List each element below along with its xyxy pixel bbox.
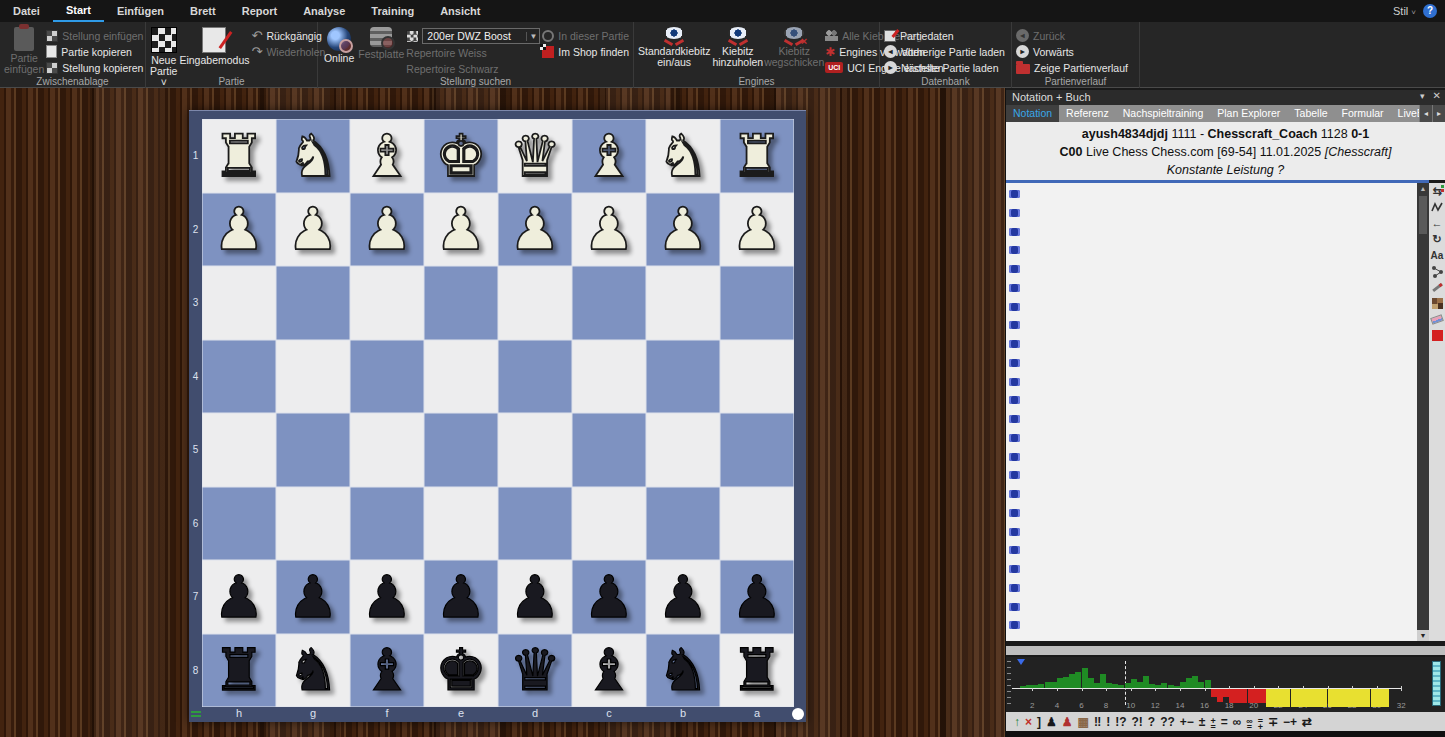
square-d2[interactable]: ♟ <box>498 193 572 267</box>
takeback-arrows-icon[interactable]: ⇆ <box>1429 183 1445 199</box>
white-pawn: ♟ <box>731 200 783 258</box>
close-icon[interactable]: ✕ <box>1433 90 1441 101</box>
menubar: DateiStartEinfügenBrettReportAnalyseTrai… <box>0 0 1445 22</box>
cnext-icon: ▸ <box>1016 45 1029 58</box>
item-label: Repertoire Weiss <box>406 47 486 59</box>
square-h3[interactable] <box>202 266 276 340</box>
axis-label-4: 4 <box>1050 701 1064 710</box>
white-pawn: ♟ <box>657 200 709 258</box>
book-row-icon[interactable] <box>1009 378 1020 386</box>
file-label-d: d <box>498 706 572 722</box>
button-label: Kiebitz wegschicken <box>764 46 824 68</box>
square-a6[interactable] <box>720 487 794 561</box>
item-label: Wiederholen <box>266 46 325 58</box>
eval-bar <box>1346 689 1352 707</box>
menu-items: DateiStartEinfügenBrettReportAnalyseTrai… <box>0 0 493 22</box>
square-a4[interactable] <box>720 340 794 414</box>
anno-mosaic[interactable]: ▦ <box>1078 715 1089 729</box>
square-e7[interactable]: ♟ <box>424 560 498 634</box>
eval-bar <box>1149 684 1155 688</box>
text-format-icon[interactable]: Aa <box>1429 247 1445 263</box>
ribbon-item-zurück[interactable]: ◂Zurück <box>1016 28 1128 43</box>
square-b8[interactable]: ♞ <box>646 634 720 708</box>
ribbon-item-repertoire-schwarz[interactable]: Repertoire Schwarz <box>406 61 540 76</box>
mosaic-icon[interactable] <box>1429 295 1445 311</box>
file-label-g: g <box>276 706 350 722</box>
scroll-down-icon[interactable]: ▼ <box>1417 630 1429 641</box>
book-row-icon[interactable] <box>1009 303 1020 311</box>
eval-bar <box>1155 685 1161 688</box>
ribbon-button-kiebitz-hinzuholen[interactable]: Kiebitz hinzuholen <box>712 25 763 74</box>
square-g7[interactable]: ♟ <box>276 560 350 634</box>
square-c8[interactable]: ♝ <box>572 634 646 708</box>
eval-bar <box>1057 678 1063 688</box>
eval-bar <box>1364 689 1370 707</box>
square-d7[interactable]: ♟ <box>498 560 572 634</box>
ribbon-button-kiebitz-wegschicken[interactable]: Kiebitz wegschicken <box>765 25 823 74</box>
tab-scroll-left[interactable]: ◂ <box>1419 105 1432 122</box>
square-e5[interactable] <box>424 413 498 487</box>
square-g3[interactable] <box>276 266 350 340</box>
black-bishop: ♝ <box>583 641 635 699</box>
zigzag-icon[interactable] <box>1429 199 1445 215</box>
axis-label-12: 12 <box>1148 701 1162 710</box>
square-d5[interactable] <box>498 413 572 487</box>
eval-bar <box>1340 689 1346 707</box>
square-c1[interactable]: ♝ <box>572 119 646 193</box>
item-label: Im Shop finden <box>558 46 629 58</box>
square-h4[interactable] <box>202 340 276 414</box>
tab-scroll-right[interactable]: ▸ <box>1432 105 1445 122</box>
eval-bar <box>1334 689 1340 707</box>
ribbon-item-vorwärts[interactable]: ▸Vorwärts <box>1016 44 1128 59</box>
square-a3[interactable] <box>720 266 794 340</box>
ribbon-group-title: Zwischenablage <box>0 76 145 87</box>
white-queen: ♛ <box>509 127 561 185</box>
square-f8[interactable]: ♝ <box>350 634 424 708</box>
square-g6[interactable] <box>276 487 350 561</box>
square-e4[interactable] <box>424 340 498 414</box>
eval-bar <box>1137 682 1143 688</box>
item-label: Nächste Partie laden <box>901 62 998 74</box>
book-row-icon[interactable] <box>1009 621 1020 629</box>
book-row-icon[interactable] <box>1009 284 1020 292</box>
square-f4[interactable] <box>350 340 424 414</box>
eval-bar <box>1358 689 1364 707</box>
axis-label-10: 10 <box>1124 701 1138 710</box>
white-bishop: ♝ <box>361 127 413 185</box>
clipboard-icon <box>14 27 34 51</box>
bsearch-icon <box>406 30 419 43</box>
eval-bar <box>1118 685 1124 688</box>
anno-blunder[interactable]: ?? <box>1160 715 1175 729</box>
players-line: ayush4834djdj 1111 - Chesscraft_Coach 11… <box>1006 125 1445 143</box>
menu-start[interactable]: Start <box>53 0 104 22</box>
ribbon-group-engines: Standardkiebitz ein/ausKiebitz hinzuhole… <box>634 22 880 88</box>
eval-bar <box>1284 689 1290 707</box>
tab-referenz[interactable]: Referenz <box>1059 105 1116 122</box>
rank-label-7: 7 <box>189 560 202 634</box>
anno-mistake[interactable]: ? <box>1148 715 1155 729</box>
booster-dropdown[interactable]: 200er DWZ Boost▼ <box>422 28 540 44</box>
square-c2[interactable]: ♟ <box>572 193 646 267</box>
square-c4[interactable] <box>572 340 646 414</box>
square-b1[interactable]: ♞ <box>646 119 720 193</box>
eval-bar <box>1026 685 1032 688</box>
item-label: Stellung einfügen <box>62 30 143 42</box>
grid-icon <box>46 62 58 74</box>
ribbon-group-partie: Neue Partie ˅Eingabemodus↶Rückgängig↷Wie… <box>146 22 318 88</box>
ribbon-item-vorherige-partie-laden[interactable]: ◂Vorherige Partie laden <box>884 44 1005 59</box>
event-line: C00 Live Chess Chess.com [69-54] 11.01.2… <box>1006 143 1445 161</box>
chess-board: 12345678 ♜♞♝♚♛♝♞♜♟♟♟♟♟♟♟♟♟♟♟♟♟♟♟♟♜♞♝♚♛♝♞… <box>189 110 806 722</box>
ribbon-group-datenbank: Partiedaten◂Vorherige Partie laden▸Nächs… <box>880 22 1012 88</box>
square-b5[interactable] <box>646 413 720 487</box>
square-d1[interactable]: ♛ <box>498 119 572 193</box>
book-row-icon[interactable] <box>1009 584 1020 592</box>
eval-bar <box>1254 689 1260 703</box>
ribbon-button-eingabemodus[interactable]: Eingabemodus <box>179 25 249 74</box>
menu-brett[interactable]: Brett <box>177 0 229 22</box>
square-a5[interactable] <box>720 413 794 487</box>
menu-training[interactable]: Training <box>358 0 427 22</box>
book-row-icon[interactable] <box>1009 359 1020 367</box>
form-icon <box>884 30 896 42</box>
item-label: Vorherige Partie laden <box>901 46 1005 58</box>
rank-label-4: 4 <box>189 340 202 414</box>
book-row-icon[interactable] <box>1009 340 1020 348</box>
anno-unclear[interactable]: ∞ <box>1233 715 1242 729</box>
square-b3[interactable] <box>646 266 720 340</box>
game-header: ayush4834djdj 1111 - Chesscraft_Coach 11… <box>1006 122 1445 180</box>
ribbon-stack: 200er DWZ Boost▼Repertoire WeissRepertoi… <box>406 25 540 76</box>
menu-einfügen[interactable]: Einfügen <box>104 0 177 22</box>
black-rook: ♜ <box>213 641 265 699</box>
square-h6[interactable] <box>202 487 276 561</box>
ribbon-item-wiederholen[interactable]: ↷Wiederholen <box>252 44 326 59</box>
square-c3[interactable] <box>572 266 646 340</box>
help-icon[interactable]: ? <box>1423 4 1437 18</box>
anno-white-better[interactable]: ± <box>1199 715 1206 729</box>
item-label: Partiedaten <box>900 30 954 42</box>
chevron-down-icon: ˅ <box>1411 8 1416 17</box>
item-label: Rückgängig <box>266 30 321 42</box>
square-h1[interactable]: ♜ <box>202 119 276 193</box>
book-row-icon[interactable] <box>1009 565 1020 573</box>
gsearch-icon <box>542 30 554 42</box>
book-row-icon[interactable] <box>1009 415 1020 423</box>
white-rook: ♜ <box>731 127 783 185</box>
ribbon-group-title: Engines <box>634 76 879 87</box>
ribbon-item-partiedaten[interactable]: Partiedaten <box>884 28 1005 43</box>
ribbon-button-neue-partie-˅[interactable]: Neue Partie ˅ <box>150 25 177 74</box>
black-pawn: ♟ <box>509 568 561 626</box>
white-bishop: ♝ <box>583 127 635 185</box>
anno-red-pawn[interactable]: ♟ <box>1062 715 1073 729</box>
book-row-icon[interactable] <box>1009 509 1020 517</box>
eval-bar <box>1241 689 1247 703</box>
anno-counterplay[interactable]: ⇄ <box>1302 715 1312 729</box>
eval-bar <box>1352 689 1358 707</box>
square-a7[interactable]: ♟ <box>720 560 794 634</box>
panel-title: Notation + Buch <box>1006 90 1445 105</box>
book-row-icon[interactable] <box>1009 228 1020 236</box>
eval-bar <box>1383 689 1389 707</box>
annotation-toolbar: ↑×]♟♟▦‼!!??!???+−±+==∞∞==+∓−+⇄ <box>1006 712 1445 731</box>
chart-y-axis <box>1007 661 1011 705</box>
eval-bar <box>1235 689 1241 703</box>
arrow-left-icon[interactable]: ← <box>1429 215 1445 231</box>
chart-slider[interactable] <box>1432 661 1441 706</box>
anno-white-slightly-better[interactable]: += <box>1210 713 1215 731</box>
eval-bar <box>1229 689 1235 703</box>
undo-icon: ↶ <box>252 29 263 42</box>
notation-scrollbar[interactable]: ▲ ▼ <box>1417 183 1429 641</box>
square-f1[interactable]: ♝ <box>350 119 424 193</box>
ribbon-group-zwischenablage: Partie einfügenStellung einfügenPartie k… <box>0 22 146 88</box>
square-f3[interactable] <box>350 266 424 340</box>
file-label-a: a <box>720 706 794 722</box>
button-label: Standardkiebitz ein/aus <box>638 46 710 68</box>
square-e1[interactable]: ♚ <box>424 119 498 193</box>
button-label: Festplatte <box>358 49 404 60</box>
eval-bar <box>1143 676 1149 688</box>
anno-eval-up[interactable]: ↑ <box>1014 715 1020 729</box>
people-icon <box>825 30 838 41</box>
page-icon <box>46 45 57 58</box>
anno-black-better[interactable]: ∓ <box>1268 715 1278 729</box>
eval-bar <box>1266 689 1272 707</box>
tree-icon[interactable] <box>1429 263 1445 279</box>
square-g5[interactable] <box>276 413 350 487</box>
rank-label-1: 1 <box>189 119 202 193</box>
white-pawn: ♟ <box>287 200 339 258</box>
button-label: Kiebitz hinzuholen <box>712 46 763 68</box>
scrollbar-thumb[interactable] <box>1419 196 1427 234</box>
square-e3[interactable] <box>424 266 498 340</box>
eye-icon <box>662 27 686 44</box>
folder-icon <box>1016 64 1030 74</box>
item-label: Repertoire Schwarz <box>406 63 498 75</box>
book-row-icon[interactable] <box>1009 490 1020 498</box>
ribbon-item-stellung-kopieren[interactable]: Stellung kopieren <box>46 60 143 75</box>
ribbon-item-stellung-einfügen[interactable]: Stellung einfügen <box>46 28 143 43</box>
eye-off-icon <box>782 27 806 44</box>
square-h7[interactable]: ♟ <box>202 560 276 634</box>
file-label-c: c <box>572 706 646 722</box>
square-a2[interactable]: ♟ <box>720 193 794 267</box>
ribbon-stack: ↶Rückgängig↷Wiederholen <box>252 25 326 59</box>
tab-nachspieltraining[interactable]: Nachspieltraining <box>1116 105 1211 122</box>
ribbon-item-rückgängig[interactable]: ↶Rückgängig <box>252 28 326 43</box>
pencil-icon[interactable] <box>1429 279 1445 295</box>
anno-black-winning[interactable]: −+ <box>1283 715 1297 729</box>
book-row-icon[interactable] <box>1009 190 1020 198</box>
square-d4[interactable] <box>498 340 572 414</box>
square-d3[interactable] <box>498 266 572 340</box>
file-labels: hgfedcba <box>202 706 794 722</box>
black-pawn: ♟ <box>361 568 413 626</box>
eval-bar <box>1309 689 1315 707</box>
book-row-icon[interactable] <box>1009 434 1020 442</box>
tab-formular[interactable]: Formular <box>1335 105 1391 122</box>
square-b2[interactable]: ♟ <box>646 193 720 267</box>
ribbon-button-standardkiebitz-ein/aus[interactable]: Standardkiebitz ein/aus <box>638 25 710 74</box>
cprev-dim-icon: ◂ <box>1016 29 1029 42</box>
board-grip-icon[interactable] <box>191 711 201 718</box>
notation-panel: Notation + Buch ▾ ✕ NotationReferenzNach… <box>1006 88 1445 737</box>
rank-labels: 12345678 <box>189 119 202 707</box>
eval-bar <box>1297 689 1303 707</box>
current-move-marker <box>1017 659 1025 665</box>
square-b4[interactable] <box>646 340 720 414</box>
eval-bar <box>1186 678 1192 688</box>
anno-delete-cross[interactable]: × <box>1025 715 1032 729</box>
eval-bar <box>1180 682 1186 688</box>
square-g8[interactable]: ♞ <box>276 634 350 708</box>
book-row-icon[interactable] <box>1009 246 1020 254</box>
square-f7[interactable]: ♟ <box>350 560 424 634</box>
square-g4[interactable] <box>276 340 350 414</box>
black-knight: ♞ <box>657 641 709 699</box>
book-row-icon[interactable] <box>1009 209 1020 217</box>
book-row-icon[interactable] <box>1009 471 1020 479</box>
notation-area[interactable] <box>1006 183 1417 641</box>
book-row-icon[interactable] <box>1009 396 1020 404</box>
eval-bar <box>1174 686 1180 688</box>
eval-bar <box>1291 689 1297 707</box>
anno-interesting-move[interactable]: !? <box>1115 715 1126 729</box>
square-e2[interactable]: ♟ <box>424 193 498 267</box>
square-h8[interactable]: ♜ <box>202 634 276 708</box>
square-e6[interactable] <box>424 487 498 561</box>
scroll-up-icon[interactable]: ▲ <box>1417 183 1429 194</box>
chevron-down-icon[interactable]: ▼ <box>526 32 539 41</box>
redo-icon: ↷ <box>252 45 263 58</box>
black-knight: ♞ <box>287 641 339 699</box>
square-c7[interactable]: ♟ <box>572 560 646 634</box>
anno-good-move[interactable]: ! <box>1106 715 1110 729</box>
ribbon-item-nächste-partie-laden[interactable]: ▸Nächste Partie laden <box>884 60 1005 75</box>
anno-compensation[interactable]: ∞= <box>1246 713 1252 731</box>
tab-bar: NotationReferenzNachspieltrainingPlan Ex… <box>1006 105 1445 122</box>
square-g2[interactable]: ♟ <box>276 193 350 267</box>
eval-bar <box>1217 689 1223 702</box>
item-label: Partie kopieren <box>61 46 132 58</box>
white-knight: ♞ <box>657 127 709 185</box>
eval-bar <box>1377 689 1383 707</box>
comment-line: Konstante Leistung ? <box>1006 161 1445 179</box>
eraser-icon[interactable] <box>1429 311 1445 327</box>
black-rook: ♜ <box>731 641 783 699</box>
color-red-icon[interactable] <box>1429 327 1445 343</box>
axis-label-16: 16 <box>1198 701 1212 710</box>
book-row-icon[interactable] <box>1009 603 1020 611</box>
black-pawn: ♟ <box>435 568 487 626</box>
globe-icon <box>327 27 351 51</box>
anno-very-good-move[interactable]: ‼ <box>1094 715 1101 729</box>
eval-bar <box>1205 680 1211 688</box>
white-pawn: ♟ <box>509 200 561 258</box>
rotate-icon[interactable]: ↻ <box>1429 231 1445 247</box>
ribbon-item-partie-kopieren[interactable]: Partie kopieren <box>46 44 143 59</box>
tab-notation[interactable]: Notation <box>1006 105 1059 122</box>
search-dropdown-row: 200er DWZ Boost▼ <box>406 28 540 44</box>
tab-tabelle[interactable]: Tabelle <box>1287 105 1334 122</box>
square-d6[interactable] <box>498 487 572 561</box>
ribbon-button-festplatte[interactable]: Festplatte <box>358 25 404 74</box>
eval-bar <box>1278 689 1284 707</box>
square-b7[interactable]: ♟ <box>646 560 720 634</box>
button-label: Partie einfügen <box>4 53 44 75</box>
panel-splitter[interactable] <box>1006 644 1445 657</box>
eval-bar <box>1051 682 1057 688</box>
axis-label-6: 6 <box>1075 701 1089 710</box>
square-d8[interactable]: ♛ <box>498 634 572 708</box>
anno-black-pawn[interactable]: ♟ <box>1046 715 1057 729</box>
ribbon-group-title: Stellung suchen <box>318 76 633 87</box>
ribbon-item-repertoire-weiss[interactable]: Repertoire Weiss <box>406 45 540 60</box>
square-c5[interactable] <box>572 413 646 487</box>
book-row-icon[interactable] <box>1009 546 1020 554</box>
square-h2[interactable]: ♟ <box>202 193 276 267</box>
ribbon-button-partie-einfügen[interactable]: Partie einfügen <box>4 25 44 74</box>
board-panel: 12345678 ♜♞♝♚♛♝♞♜♟♟♟♟♟♟♟♟♟♟♟♟♟♟♟♟♜♞♝♚♛♝♞… <box>0 88 1005 737</box>
eval-bar <box>1198 682 1204 688</box>
square-f2[interactable]: ♟ <box>350 193 424 267</box>
ribbon-item-im-shop-finden[interactable]: Im Shop finden <box>542 44 629 59</box>
collapse-icon[interactable]: ▾ <box>1420 91 1425 101</box>
black-bishop: ♝ <box>361 641 413 699</box>
editpad-icon <box>202 27 226 53</box>
square-a1[interactable]: ♜ <box>720 119 794 193</box>
cnext-icon: ▸ <box>884 61 897 74</box>
eval-bar <box>1248 689 1254 703</box>
eval-bar <box>1328 689 1334 707</box>
ribbon-item-zeige-partienverlauf[interactable]: Zeige Partienverlauf <box>1016 60 1128 75</box>
ribbon-button-online[interactable]: Online <box>322 25 356 74</box>
menu-datei[interactable]: Datei <box>0 0 53 22</box>
square-c6[interactable] <box>572 487 646 561</box>
book-row-icon[interactable] <box>1009 453 1020 461</box>
square-g1[interactable]: ♞ <box>276 119 350 193</box>
book-row-icon[interactable] <box>1009 321 1020 329</box>
menu-analyse[interactable]: Analyse <box>290 0 358 22</box>
square-f6[interactable] <box>350 487 424 561</box>
tab-plan-explorer[interactable]: Plan Explorer <box>1210 105 1287 122</box>
ribbon-stack: Partiedaten◂Vorherige Partie laden▸Nächs… <box>884 25 1005 75</box>
book-row-icon[interactable] <box>1009 528 1020 536</box>
menu-ansicht[interactable]: Ansicht <box>427 0 493 22</box>
square-f5[interactable] <box>350 413 424 487</box>
square-a8[interactable]: ♜ <box>720 634 794 708</box>
eval-bar <box>1161 683 1167 688</box>
anno-dubious-move[interactable]: ?! <box>1131 715 1142 729</box>
ribbon-item-in-dieser-partie[interactable]: In dieser Partie <box>542 28 629 43</box>
square-h5[interactable] <box>202 413 276 487</box>
anno-equal[interactable]: = <box>1221 715 1228 729</box>
square-e8[interactable]: ♚ <box>424 634 498 708</box>
dropdown-value: 200er DWZ Boost <box>423 30 526 42</box>
square-b6[interactable] <box>646 487 720 561</box>
style-menu[interactable]: Stil ˅ <box>1393 5 1416 17</box>
menu-report[interactable]: Report <box>229 0 290 22</box>
anno-white-winning[interactable]: +− <box>1180 715 1194 729</box>
item-label: Zeige Partienverlauf <box>1034 62 1128 74</box>
anno-black-slightly-better[interactable]: =+ <box>1258 713 1263 731</box>
anno-bracket[interactable]: ] <box>1037 715 1041 729</box>
book-row-icon[interactable] <box>1009 265 1020 273</box>
